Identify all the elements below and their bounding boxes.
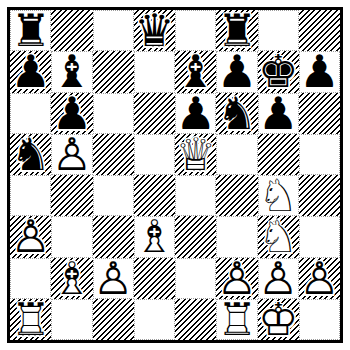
- square-b6[interactable]: ♟: [51, 93, 92, 134]
- piece-white-pawn: ♙: [258, 258, 299, 299]
- square-a6[interactable]: [10, 93, 51, 134]
- piece-white-knight: ♘: [258, 175, 299, 216]
- square-d4[interactable]: [134, 175, 175, 216]
- square-e6[interactable]: ♟: [175, 93, 216, 134]
- piece-white-rook-fill: ♜: [10, 299, 51, 340]
- square-c1[interactable]: [93, 299, 134, 340]
- square-b4[interactable]: [51, 175, 92, 216]
- square-a2[interactable]: [10, 258, 51, 299]
- square-e3[interactable]: [175, 216, 216, 257]
- square-a8[interactable]: ♜: [10, 10, 51, 51]
- square-h4[interactable]: [299, 175, 340, 216]
- square-c5[interactable]: [93, 134, 134, 175]
- piece-black-pawn: ♟: [10, 51, 51, 92]
- piece-white-king: ♔: [258, 299, 299, 340]
- chessboard-frame: ♜♛♜♟♝♝♟♚♟♟♟♞♟♞♟♙♛♕♞♘♟♙♝♗♞♘♝♗♟♙♟♙♟♙♟♙♜♖♜♖…: [7, 7, 343, 343]
- piece-black-bishop: ♝: [51, 51, 92, 92]
- square-a5[interactable]: ♞: [10, 134, 51, 175]
- square-f2[interactable]: ♟♙: [216, 258, 257, 299]
- piece-white-pawn-fill: ♟: [51, 134, 92, 175]
- piece-white-pawn-fill: ♟: [93, 258, 134, 299]
- piece-black-king: ♚: [258, 51, 299, 92]
- square-b8[interactable]: [51, 10, 92, 51]
- piece-black-rook: ♜: [216, 10, 257, 51]
- piece-white-rook-fill: ♜: [216, 299, 257, 340]
- square-e4[interactable]: [175, 175, 216, 216]
- square-c6[interactable]: [93, 93, 134, 134]
- piece-white-pawn-fill: ♟: [10, 216, 51, 257]
- piece-white-rook: ♖: [216, 299, 257, 340]
- piece-black-pawn: ♟: [299, 51, 340, 92]
- piece-white-rook: ♖: [10, 299, 51, 340]
- piece-black-pawn: ♟: [216, 51, 257, 92]
- square-h1[interactable]: [299, 299, 340, 340]
- square-b3[interactable]: [51, 216, 92, 257]
- piece-white-bishop-fill: ♝: [134, 216, 175, 257]
- square-a4[interactable]: [10, 175, 51, 216]
- square-f1[interactable]: ♜♖: [216, 299, 257, 340]
- square-e1[interactable]: [175, 299, 216, 340]
- square-b2[interactable]: ♝♗: [51, 258, 92, 299]
- piece-white-king-fill: ♚: [258, 299, 299, 340]
- square-g6[interactable]: ♟: [258, 93, 299, 134]
- square-d7[interactable]: [134, 51, 175, 92]
- square-e5[interactable]: ♛♕: [175, 134, 216, 175]
- piece-white-pawn-fill: ♟: [216, 258, 257, 299]
- square-h6[interactable]: [299, 93, 340, 134]
- square-d5[interactable]: [134, 134, 175, 175]
- square-g5[interactable]: [258, 134, 299, 175]
- square-g8[interactable]: [258, 10, 299, 51]
- piece-black-queen: ♛: [134, 10, 175, 51]
- square-a3[interactable]: ♟♙: [10, 216, 51, 257]
- square-h5[interactable]: [299, 134, 340, 175]
- square-c2[interactable]: ♟♙: [93, 258, 134, 299]
- piece-white-knight-fill: ♞: [258, 216, 299, 257]
- square-g2[interactable]: ♟♙: [258, 258, 299, 299]
- square-f5[interactable]: [216, 134, 257, 175]
- square-e8[interactable]: [175, 10, 216, 51]
- piece-black-bishop: ♝: [175, 51, 216, 92]
- square-f7[interactable]: ♟: [216, 51, 257, 92]
- piece-black-rook: ♜: [10, 10, 51, 51]
- piece-white-pawn: ♙: [51, 134, 92, 175]
- square-g3[interactable]: ♞♘: [258, 216, 299, 257]
- square-d2[interactable]: [134, 258, 175, 299]
- square-c7[interactable]: [93, 51, 134, 92]
- square-f4[interactable]: [216, 175, 257, 216]
- square-e2[interactable]: [175, 258, 216, 299]
- piece-black-pawn: ♟: [175, 93, 216, 134]
- piece-white-knight-fill: ♞: [258, 175, 299, 216]
- piece-black-pawn: ♟: [51, 93, 92, 134]
- piece-white-pawn: ♙: [299, 258, 340, 299]
- square-g4[interactable]: ♞♘: [258, 175, 299, 216]
- square-h2[interactable]: ♟♙: [299, 258, 340, 299]
- piece-white-bishop: ♗: [134, 216, 175, 257]
- square-f8[interactable]: ♜: [216, 10, 257, 51]
- piece-white-pawn-fill: ♟: [299, 258, 340, 299]
- square-b5[interactable]: ♟♙: [51, 134, 92, 175]
- square-g7[interactable]: ♚: [258, 51, 299, 92]
- square-d1[interactable]: [134, 299, 175, 340]
- piece-white-pawn: ♙: [10, 216, 51, 257]
- piece-black-knight: ♞: [216, 93, 257, 134]
- square-c4[interactable]: [93, 175, 134, 216]
- square-f3[interactable]: [216, 216, 257, 257]
- square-b1[interactable]: [51, 299, 92, 340]
- square-h8[interactable]: [299, 10, 340, 51]
- piece-white-bishop: ♗: [51, 258, 92, 299]
- square-d6[interactable]: [134, 93, 175, 134]
- square-a7[interactable]: ♟: [10, 51, 51, 92]
- piece-black-pawn: ♟: [258, 93, 299, 134]
- square-c3[interactable]: [93, 216, 134, 257]
- piece-white-bishop-fill: ♝: [51, 258, 92, 299]
- square-d3[interactable]: ♝♗: [134, 216, 175, 257]
- square-g1[interactable]: ♚♔: [258, 299, 299, 340]
- piece-white-knight: ♘: [258, 216, 299, 257]
- piece-white-pawn: ♙: [93, 258, 134, 299]
- square-h3[interactable]: [299, 216, 340, 257]
- square-d8[interactable]: ♛: [134, 10, 175, 51]
- piece-white-pawn: ♙: [216, 258, 257, 299]
- piece-black-knight: ♞: [10, 134, 51, 175]
- square-e7[interactable]: ♝: [175, 51, 216, 92]
- square-f6[interactable]: ♞: [216, 93, 257, 134]
- piece-white-queen-fill: ♛: [175, 134, 216, 175]
- square-b7[interactable]: ♝: [51, 51, 92, 92]
- piece-white-pawn-fill: ♟: [258, 258, 299, 299]
- square-a1[interactable]: ♜♖: [10, 299, 51, 340]
- square-h7[interactable]: ♟: [299, 51, 340, 92]
- chessboard: ♜♛♜♟♝♝♟♚♟♟♟♞♟♞♟♙♛♕♞♘♟♙♝♗♞♘♝♗♟♙♟♙♟♙♟♙♜♖♜♖…: [10, 10, 340, 340]
- piece-white-queen: ♕: [175, 134, 216, 175]
- square-c8[interactable]: [93, 10, 134, 51]
